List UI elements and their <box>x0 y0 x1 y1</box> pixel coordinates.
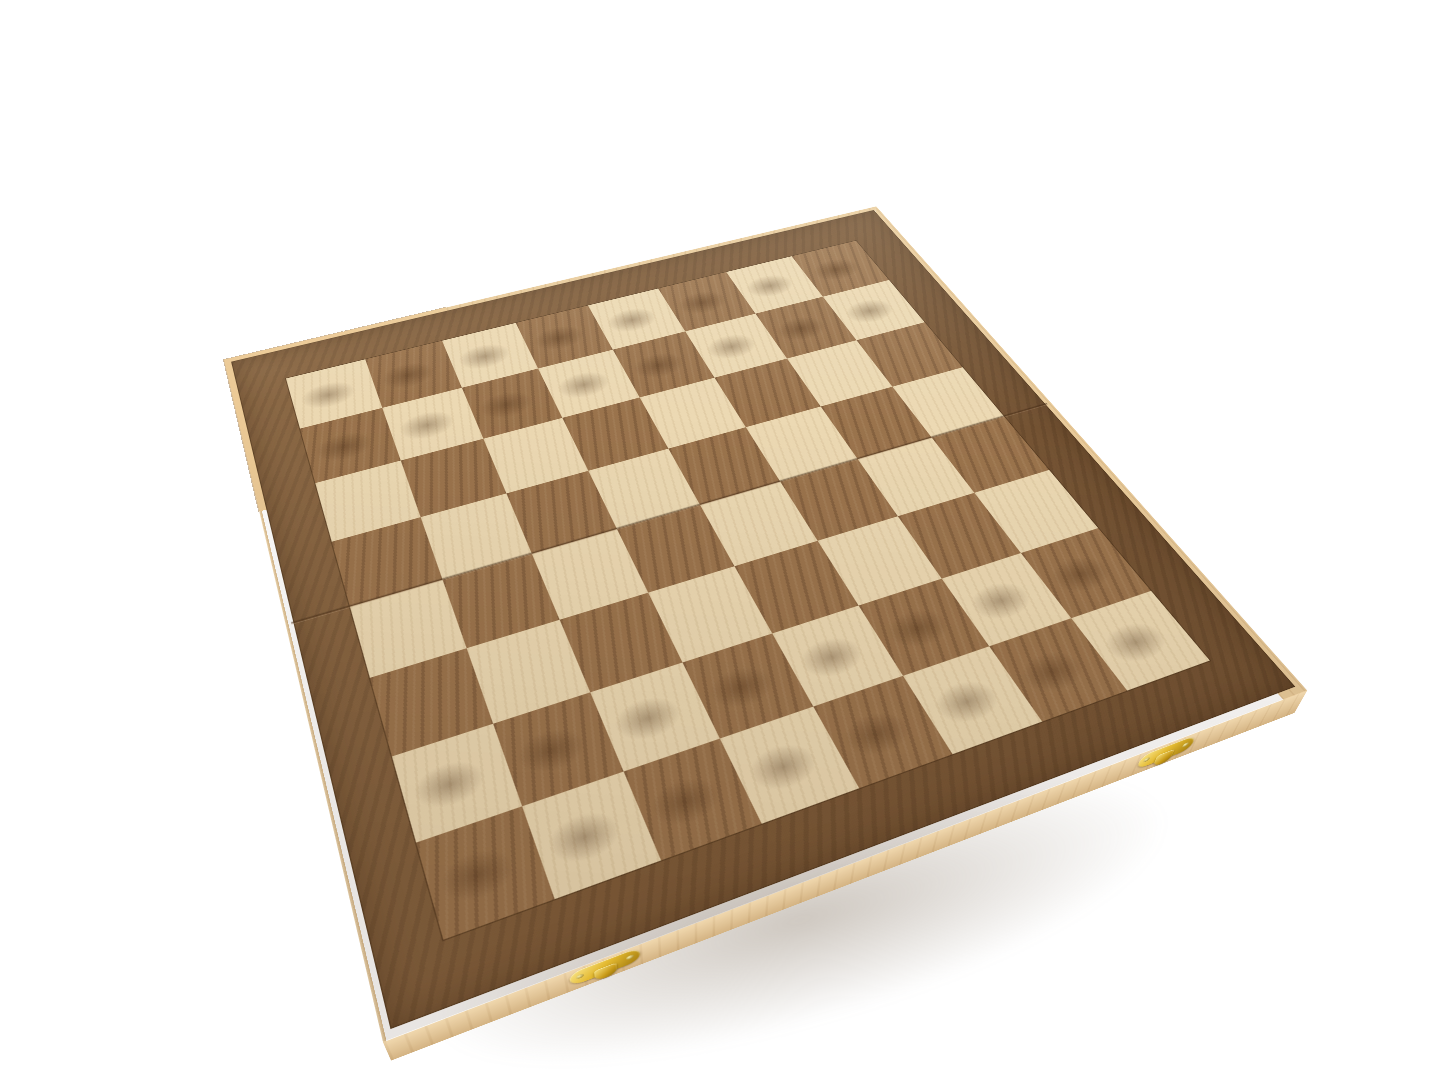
pawn-glyph: ♟ <box>286 306 415 450</box>
photo-scene: ♜♞♝♛♚♝♞♜♟♟♟♟♟♟♟♟♟♟♟♟♟♟♟♟♜♞♝♛♚♝♞♜ <box>0 0 1445 1084</box>
rook-glyph: ♜ <box>394 673 579 880</box>
